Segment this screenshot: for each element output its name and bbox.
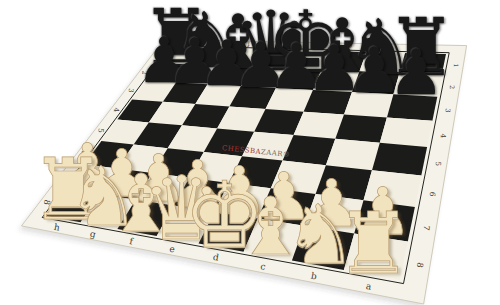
pieces-layer: ♜♞♝♛♚♝♞♜♟♟♟♟♟♟♟♟♟♟♟♟♟♟♟♟♜♞♝♛♚♝♞♜ [0, 0, 500, 305]
piece-black-pawn-a2: ♟ [385, 42, 448, 105]
piece-white-rook-a8: ♜ [331, 201, 416, 286]
chess-set-product-photo: 1122334455667788hhggffeeddccbbaa CHESSBA… [0, 0, 500, 305]
